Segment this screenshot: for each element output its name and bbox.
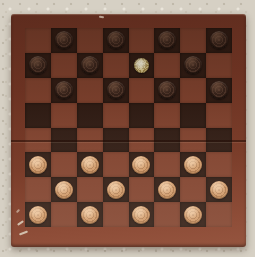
square-r2c6[interactable] <box>180 78 206 103</box>
square-r6c4[interactable] <box>129 177 155 202</box>
square-r0c6[interactable] <box>180 28 206 53</box>
square-r5c4[interactable] <box>129 152 155 177</box>
square-r0c1[interactable] <box>51 28 77 53</box>
square-r7c0[interactable] <box>25 202 51 227</box>
dark-piece[interactable] <box>210 31 228 49</box>
dark-piece[interactable] <box>158 81 176 99</box>
square-r0c3[interactable] <box>103 28 129 53</box>
light-piece[interactable] <box>55 181 73 199</box>
frame-scuff-mark <box>19 231 28 236</box>
square-r2c0[interactable] <box>25 78 51 103</box>
square-r7c4[interactable] <box>129 202 155 227</box>
square-r4c4[interactable] <box>129 128 155 153</box>
square-r0c7[interactable] <box>206 28 232 53</box>
carpet-background <box>0 0 255 257</box>
square-r6c3[interactable] <box>103 177 129 202</box>
square-r6c1[interactable] <box>51 177 77 202</box>
square-r2c4[interactable] <box>129 78 155 103</box>
board-grid <box>25 28 232 227</box>
square-r4c5[interactable] <box>154 128 180 153</box>
square-r3c0[interactable] <box>25 103 51 128</box>
square-r2c1[interactable] <box>51 78 77 103</box>
square-r6c5[interactable] <box>154 177 180 202</box>
gold-piece[interactable] <box>134 58 149 73</box>
dark-piece[interactable] <box>55 81 73 99</box>
square-r3c4[interactable] <box>129 103 155 128</box>
square-r2c5[interactable] <box>154 78 180 103</box>
square-r7c1[interactable] <box>51 202 77 227</box>
square-r1c1[interactable] <box>51 53 77 78</box>
square-r1c7[interactable] <box>206 53 232 78</box>
dark-piece[interactable] <box>55 31 73 49</box>
light-piece[interactable] <box>184 156 202 174</box>
square-r3c7[interactable] <box>206 103 232 128</box>
light-piece[interactable] <box>81 206 99 224</box>
dark-piece[interactable] <box>107 81 125 99</box>
dark-piece[interactable] <box>107 31 125 49</box>
square-r4c2[interactable] <box>77 128 103 153</box>
square-r3c5[interactable] <box>154 103 180 128</box>
checkers-board <box>11 14 246 247</box>
square-r6c7[interactable] <box>206 177 232 202</box>
dark-piece[interactable] <box>29 56 47 74</box>
square-r5c2[interactable] <box>77 152 103 177</box>
dark-piece[interactable] <box>158 31 176 49</box>
square-r4c7[interactable] <box>206 128 232 153</box>
frame-scuff-mark <box>17 220 24 226</box>
dark-piece[interactable] <box>184 56 202 74</box>
light-piece[interactable] <box>210 181 228 199</box>
square-r1c0[interactable] <box>25 53 51 78</box>
square-r7c5[interactable] <box>154 202 180 227</box>
square-r6c0[interactable] <box>25 177 51 202</box>
square-r1c3[interactable] <box>103 53 129 78</box>
dark-piece[interactable] <box>81 56 99 74</box>
light-piece[interactable] <box>107 181 125 199</box>
square-r1c5[interactable] <box>154 53 180 78</box>
square-r5c7[interactable] <box>206 152 232 177</box>
square-r3c2[interactable] <box>77 103 103 128</box>
square-r7c2[interactable] <box>77 202 103 227</box>
dark-piece[interactable] <box>210 81 228 99</box>
square-r6c6[interactable] <box>180 177 206 202</box>
light-piece[interactable] <box>184 206 202 224</box>
square-r1c6[interactable] <box>180 53 206 78</box>
light-piece[interactable] <box>158 181 176 199</box>
square-r4c1[interactable] <box>51 128 77 153</box>
frame-scuff-mark <box>16 209 20 213</box>
square-r0c5[interactable] <box>154 28 180 53</box>
square-r3c1[interactable] <box>51 103 77 128</box>
square-r0c0[interactable] <box>25 28 51 53</box>
square-r2c2[interactable] <box>77 78 103 103</box>
square-r4c0[interactable] <box>25 128 51 153</box>
square-r2c3[interactable] <box>103 78 129 103</box>
square-r5c0[interactable] <box>25 152 51 177</box>
light-piece[interactable] <box>132 206 150 224</box>
square-r7c3[interactable] <box>103 202 129 227</box>
square-r5c5[interactable] <box>154 152 180 177</box>
square-r5c1[interactable] <box>51 152 77 177</box>
square-r4c3[interactable] <box>103 128 129 153</box>
square-r5c6[interactable] <box>180 152 206 177</box>
square-r6c2[interactable] <box>77 177 103 202</box>
light-piece[interactable] <box>29 156 47 174</box>
square-r0c2[interactable] <box>77 28 103 53</box>
frame-nick-mark <box>99 16 104 19</box>
light-piece[interactable] <box>81 156 99 174</box>
square-r3c6[interactable] <box>180 103 206 128</box>
light-piece[interactable] <box>29 206 47 224</box>
square-r2c7[interactable] <box>206 78 232 103</box>
square-r1c2[interactable] <box>77 53 103 78</box>
square-r0c4[interactable] <box>129 28 155 53</box>
square-r7c7[interactable] <box>206 202 232 227</box>
square-r3c3[interactable] <box>103 103 129 128</box>
square-r7c6[interactable] <box>180 202 206 227</box>
square-r4c6[interactable] <box>180 128 206 153</box>
square-r5c3[interactable] <box>103 152 129 177</box>
light-piece[interactable] <box>132 156 150 174</box>
square-r1c4[interactable] <box>129 53 155 78</box>
